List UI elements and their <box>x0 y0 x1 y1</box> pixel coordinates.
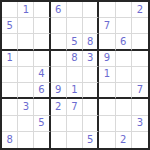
cell-r8c8[interactable] <box>116 116 132 132</box>
cell-r3c7[interactable] <box>99 34 115 50</box>
cell-r2c5[interactable] <box>67 18 83 34</box>
cell-r3c1[interactable] <box>2 34 18 50</box>
cell-r1c9[interactable]: 2 <box>132 2 148 18</box>
cell-r8c3[interactable]: 5 <box>34 116 50 132</box>
cell-r9c2[interactable] <box>18 132 34 148</box>
cell-r5c3[interactable]: 4 <box>34 67 50 83</box>
cell-r2c7[interactable]: 7 <box>99 18 115 34</box>
cell-r3c5[interactable]: 5 <box>67 34 83 50</box>
cell-r5c9[interactable] <box>132 67 148 83</box>
cell-r5c8[interactable] <box>116 67 132 83</box>
cell-r5c6[interactable] <box>83 67 99 83</box>
cell-r9c5[interactable] <box>67 132 83 148</box>
cell-r9c8[interactable]: 2 <box>116 132 132 148</box>
cell-r4c3[interactable] <box>34 51 50 67</box>
cell-r1c5[interactable] <box>67 2 83 18</box>
cell-r7c4[interactable]: 2 <box>51 99 67 115</box>
cell-r4c6[interactable]: 3 <box>83 51 99 67</box>
cell-r7c1[interactable] <box>2 99 18 115</box>
cell-r6c4[interactable]: 9 <box>51 83 67 99</box>
cell-r3c8[interactable]: 6 <box>116 34 132 50</box>
cell-r4c1[interactable]: 1 <box>2 51 18 67</box>
cell-r7c6[interactable] <box>83 99 99 115</box>
cell-r8c1[interactable] <box>2 116 18 132</box>
cell-r2c1[interactable]: 5 <box>2 18 18 34</box>
cell-r5c4[interactable] <box>51 67 67 83</box>
cell-r6c7[interactable] <box>99 83 115 99</box>
cell-r1c2[interactable]: 1 <box>18 2 34 18</box>
cell-r9c6[interactable]: 5 <box>83 132 99 148</box>
cell-r8c9[interactable]: 3 <box>132 116 148 132</box>
cell-r5c7[interactable]: 1 <box>99 67 115 83</box>
cell-r7c8[interactable] <box>116 99 132 115</box>
cell-r9c3[interactable] <box>34 132 50 148</box>
cell-r5c5[interactable] <box>67 67 83 83</box>
cell-r1c4[interactable]: 6 <box>51 2 67 18</box>
cell-r2c3[interactable] <box>34 18 50 34</box>
cell-r1c8[interactable] <box>116 2 132 18</box>
cell-r7c2[interactable]: 3 <box>18 99 34 115</box>
cell-r8c6[interactable] <box>83 116 99 132</box>
cell-r4c9[interactable] <box>132 51 148 67</box>
cell-r4c4[interactable] <box>51 51 67 67</box>
cell-r3c9[interactable] <box>132 34 148 50</box>
sudoku-puzzle: 16257586183941691732753852 <box>0 0 150 150</box>
cell-r8c4[interactable] <box>51 116 67 132</box>
cell-r9c1[interactable]: 8 <box>2 132 18 148</box>
cell-r6c2[interactable] <box>18 83 34 99</box>
cell-r4c8[interactable] <box>116 51 132 67</box>
cell-r6c3[interactable]: 6 <box>34 83 50 99</box>
cell-r1c1[interactable] <box>2 2 18 18</box>
cell-r6c5[interactable]: 1 <box>67 83 83 99</box>
cell-r9c4[interactable] <box>51 132 67 148</box>
cell-r5c1[interactable] <box>2 67 18 83</box>
cell-r6c9[interactable]: 7 <box>132 83 148 99</box>
cell-r5c2[interactable] <box>18 67 34 83</box>
cell-r1c6[interactable] <box>83 2 99 18</box>
cell-r4c2[interactable] <box>18 51 34 67</box>
cell-r3c3[interactable] <box>34 34 50 50</box>
cell-r6c6[interactable] <box>83 83 99 99</box>
cell-r1c7[interactable] <box>99 2 115 18</box>
sudoku-board: 16257586183941691732753852 <box>0 0 150 150</box>
cell-r8c5[interactable] <box>67 116 83 132</box>
cell-r1c3[interactable] <box>34 2 50 18</box>
cell-r8c2[interactable] <box>18 116 34 132</box>
cell-r6c8[interactable] <box>116 83 132 99</box>
cell-r7c3[interactable] <box>34 99 50 115</box>
cell-r3c6[interactable]: 8 <box>83 34 99 50</box>
cell-r2c2[interactable] <box>18 18 34 34</box>
cell-r2c9[interactable] <box>132 18 148 34</box>
cell-r8c7[interactable] <box>99 116 115 132</box>
cell-r7c9[interactable] <box>132 99 148 115</box>
cell-r6c1[interactable] <box>2 83 18 99</box>
cell-r4c7[interactable]: 9 <box>99 51 115 67</box>
cell-r2c4[interactable] <box>51 18 67 34</box>
cell-r2c6[interactable] <box>83 18 99 34</box>
cell-r3c4[interactable] <box>51 34 67 50</box>
cell-r7c7[interactable] <box>99 99 115 115</box>
cell-r7c5[interactable]: 7 <box>67 99 83 115</box>
cell-r9c9[interactable] <box>132 132 148 148</box>
cell-r3c2[interactable] <box>18 34 34 50</box>
cell-r9c7[interactable] <box>99 132 115 148</box>
cell-r4c5[interactable]: 8 <box>67 51 83 67</box>
cell-r2c8[interactable] <box>116 18 132 34</box>
